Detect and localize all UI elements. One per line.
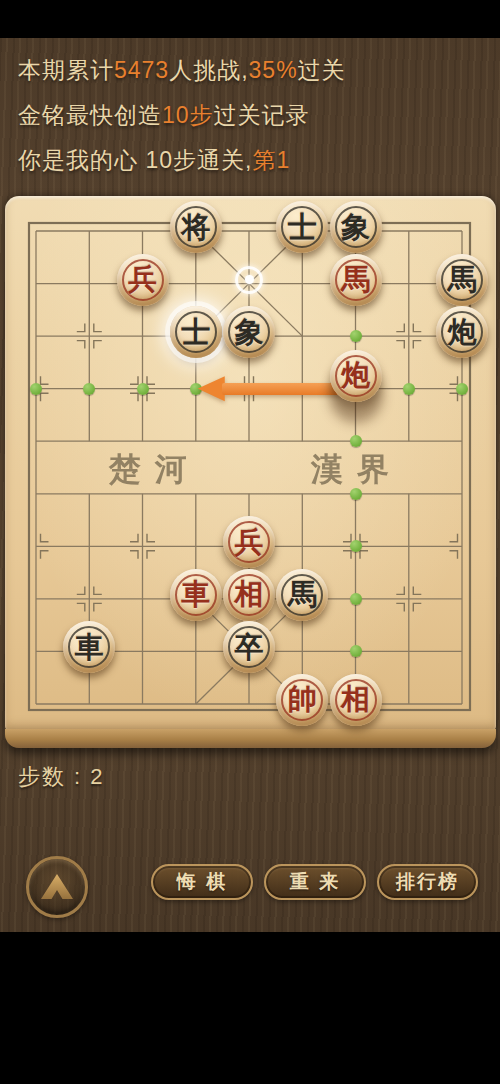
move-hint-dot[interactable] bbox=[403, 383, 415, 395]
piece-character: 相 bbox=[235, 580, 264, 609]
board-piece[interactable]: 炮 bbox=[330, 350, 382, 402]
piece-character: 車 bbox=[181, 580, 210, 609]
board-piece[interactable]: 馬 bbox=[330, 254, 382, 306]
undo-move-button[interactable]: 悔 棋 bbox=[151, 864, 253, 900]
piece-character: 炮 bbox=[341, 361, 370, 390]
piece-character: 車 bbox=[75, 633, 104, 662]
stats-line: 你是我的心 10步通关,第1 bbox=[18, 138, 488, 183]
piece-character: 炮 bbox=[448, 318, 477, 347]
leaderboard-button[interactable]: 排行榜 bbox=[377, 864, 478, 900]
piece-character: 卒 bbox=[235, 633, 264, 662]
piece-character: 帥 bbox=[288, 685, 317, 714]
stats-line: 本期累计5473人挑战,35%过关 bbox=[18, 48, 488, 93]
challenge-stats: 本期累计5473人挑战,35%过关金铭最快创造10步过关记录你是我的心 10步通… bbox=[18, 48, 488, 183]
scroll-top-button[interactable] bbox=[26, 856, 88, 918]
board-piece[interactable]: 相 bbox=[330, 674, 382, 726]
board-piece[interactable]: 馬 bbox=[276, 569, 328, 621]
river-label-right: 漢界 bbox=[311, 448, 403, 492]
board-piece[interactable]: 将 bbox=[170, 201, 222, 253]
move-hint-dot[interactable] bbox=[350, 435, 362, 447]
board-piece[interactable]: 象 bbox=[330, 201, 382, 253]
board-piece[interactable]: 兵 bbox=[117, 254, 169, 306]
board-piece[interactable]: 士 bbox=[170, 306, 222, 358]
piece-character: 士 bbox=[181, 318, 210, 347]
board-edge bbox=[5, 729, 496, 748]
board-piece[interactable]: 馬 bbox=[436, 254, 488, 306]
piece-character: 象 bbox=[341, 213, 370, 242]
move-hint-dot[interactable] bbox=[350, 330, 362, 342]
restart-button[interactable]: 重 来 bbox=[264, 864, 366, 900]
move-hint-dot[interactable] bbox=[83, 383, 95, 395]
move-hint-dot[interactable] bbox=[456, 383, 468, 395]
piece-character: 兵 bbox=[235, 528, 264, 557]
arrow-head-icon bbox=[198, 376, 225, 402]
piece-character: 馬 bbox=[448, 265, 477, 294]
board-piece[interactable]: 象 bbox=[223, 306, 275, 358]
river-label-left: 楚河 bbox=[109, 448, 201, 492]
piece-character: 士 bbox=[288, 213, 317, 242]
board-piece[interactable]: 兵 bbox=[223, 516, 275, 568]
board-piece[interactable]: 車 bbox=[170, 569, 222, 621]
android-nav-bar: ◁ ○ □ Bai du 经验 jingyan.baidu.com bbox=[0, 932, 500, 1084]
piece-character: 馬 bbox=[341, 265, 370, 294]
piece-character: 相 bbox=[341, 685, 370, 714]
move-hint-dot[interactable] bbox=[350, 488, 362, 500]
step-counter: 步数 : 2 bbox=[18, 762, 105, 792]
piece-character: 将 bbox=[181, 213, 210, 242]
stats-line: 金铭最快创造10步过关记录 bbox=[18, 93, 488, 138]
xiangqi-board[interactable]: 楚河 漢界 将士象兵馬馬士象炮炮兵車相馬車卒帥相 bbox=[5, 196, 496, 730]
piece-character: 馬 bbox=[288, 580, 317, 609]
move-hint-dot[interactable] bbox=[137, 383, 149, 395]
move-hint-dot[interactable] bbox=[350, 593, 362, 605]
piece-character: 兵 bbox=[128, 265, 157, 294]
piece-character: 象 bbox=[235, 318, 264, 347]
board-piece[interactable]: 帥 bbox=[276, 674, 328, 726]
move-hint-dot[interactable] bbox=[30, 383, 42, 395]
phone-screen: 本期累计5473人挑战,35%过关金铭最快创造10步过关记录你是我的心 10步通… bbox=[0, 0, 500, 1084]
board-piece[interactable]: 士 bbox=[276, 201, 328, 253]
chevron-up-icon bbox=[41, 874, 73, 899]
move-hint-dot[interactable] bbox=[350, 645, 362, 657]
status-bar bbox=[0, 0, 500, 38]
board-piece[interactable]: 炮 bbox=[436, 306, 488, 358]
move-hint-dot[interactable] bbox=[350, 540, 362, 552]
board-piece[interactable]: 相 bbox=[223, 569, 275, 621]
move-origin-marker bbox=[235, 266, 263, 294]
